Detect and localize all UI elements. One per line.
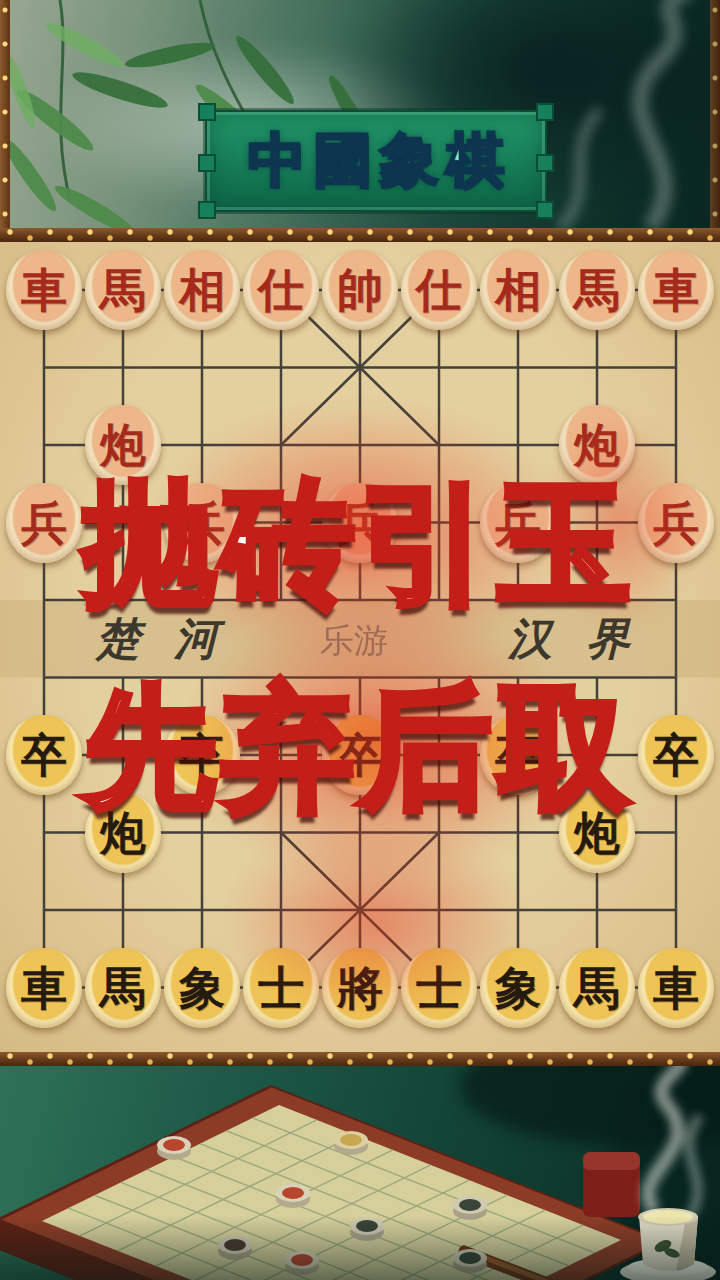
plaque-edge-tab [536, 154, 554, 172]
flame-effect [225, 822, 525, 1022]
piece-glyph: 車 [653, 267, 699, 313]
caption-line1: 抛砖引玉 [0, 472, 720, 615]
left-frame-strip [0, 0, 10, 228]
piece-glyph: 炮 [100, 422, 146, 468]
piece-black-r10c9[interactable]: 車 [638, 948, 714, 1028]
piece-red-r1c7[interactable]: 相 [480, 250, 556, 330]
piece-black-r10c3[interactable]: 象 [164, 948, 240, 1028]
piece-glyph: 仕 [258, 267, 304, 313]
piece-red-r1c3[interactable]: 相 [164, 250, 240, 330]
title-plaque: 中國象棋 [205, 110, 547, 212]
piece-black-r10c2[interactable]: 馬 [85, 948, 161, 1028]
piece-red-r1c8[interactable]: 馬 [559, 250, 635, 330]
screenshot-stage: 中國象棋 [0, 0, 720, 1280]
plaque-edge-tab [198, 154, 216, 172]
piece-black-r10c8[interactable]: 馬 [559, 948, 635, 1028]
piece-black-r10c1[interactable]: 車 [6, 948, 82, 1028]
board-bottom-border [0, 1052, 720, 1066]
piece-glyph: 馬 [574, 965, 620, 1011]
piece-red-r1c6[interactable]: 仕 [401, 250, 477, 330]
piece-glyph: 帥 [337, 267, 383, 313]
xiangqi-board[interactable]: 楚河 汉界 乐游 車馬相仕帥仕相馬車炮炮兵兵兵兵兵卒卒卒卒卒炮炮車馬象士將士象馬… [0, 242, 720, 1052]
board-top-border [0, 228, 720, 242]
piece-red-r1c1[interactable]: 車 [6, 250, 82, 330]
bottom-scene [0, 1066, 720, 1280]
piece-glyph: 馬 [100, 965, 146, 1011]
piece-glyph: 象 [179, 965, 225, 1011]
piece-red-r1c4[interactable]: 仕 [243, 250, 319, 330]
plaque-corner-tab [536, 201, 554, 219]
right-frame-strip [710, 0, 720, 228]
piece-glyph: 車 [653, 965, 699, 1011]
plaque-corner-tab [198, 201, 216, 219]
piece-red-r1c5[interactable]: 帥 [322, 250, 398, 330]
header-banner: 中國象棋 [0, 0, 720, 228]
piece-glyph: 相 [495, 267, 541, 313]
red-box-lid [583, 1152, 640, 1170]
piece-glyph: 馬 [574, 267, 620, 313]
app-title: 中國象棋 [240, 122, 512, 200]
piece-glyph: 仕 [416, 267, 462, 313]
piece-glyph: 馬 [100, 267, 146, 313]
piece-red-r1c2[interactable]: 馬 [85, 250, 161, 330]
plaque-corner-tab [536, 103, 554, 121]
plaque-corner-tab [198, 103, 216, 121]
caption-line2: 先弃后取 [0, 676, 720, 819]
piece-glyph: 車 [21, 965, 67, 1011]
piece-glyph: 相 [179, 267, 225, 313]
piece-glyph: 車 [21, 267, 67, 313]
piece-red-r1c9[interactable]: 車 [638, 250, 714, 330]
